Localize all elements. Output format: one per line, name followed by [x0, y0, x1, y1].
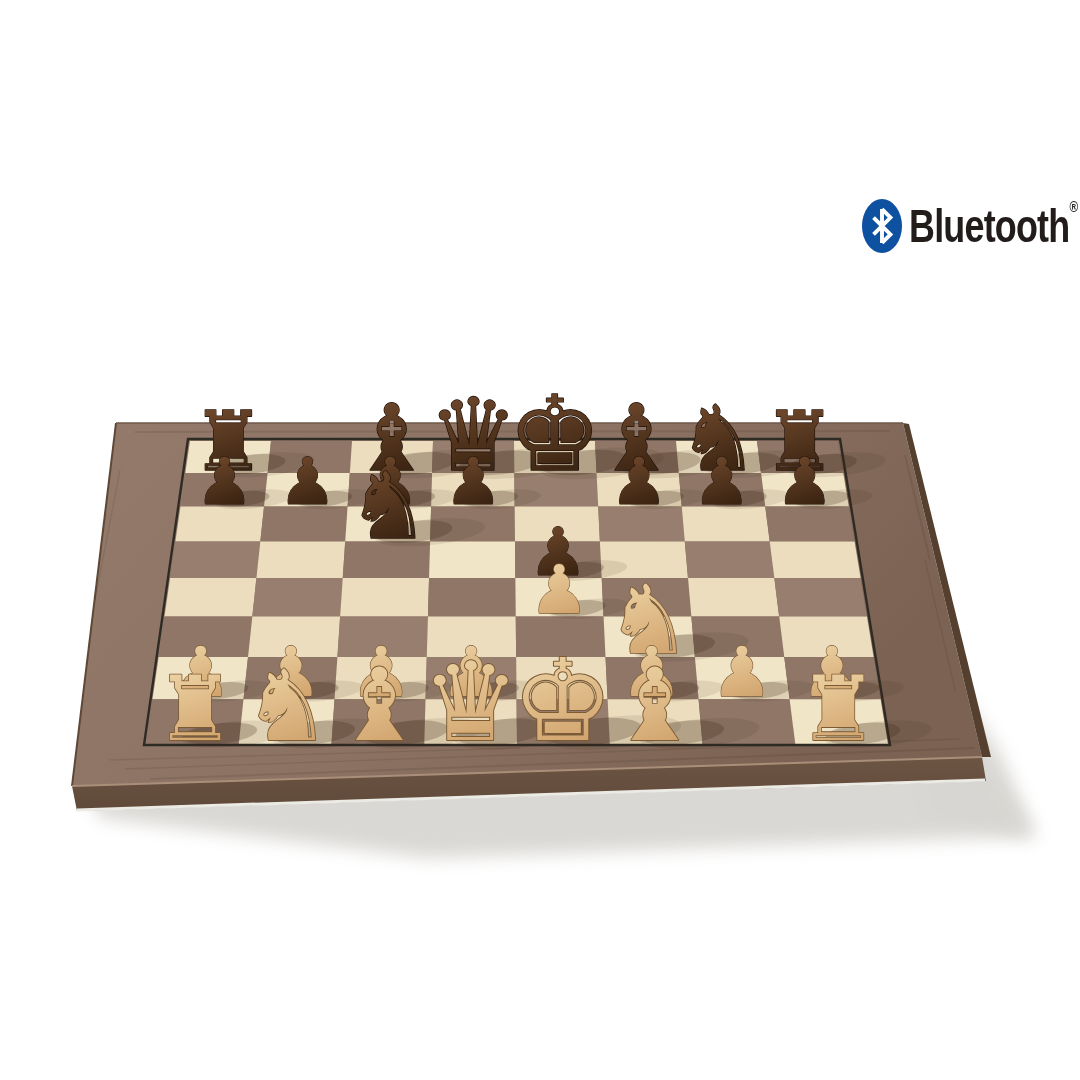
piece-black-pawn-a7: ♟ — [195, 444, 253, 519]
registered-mark: ® — [1069, 198, 1077, 215]
square-d4 — [428, 578, 516, 616]
chess-board: ♜♝♛♚♝♞♜♟♟♟♟♟♟♟♞♟♟♞♟♟♟♟♟♟♟♜♞♝♛♚♝♜ — [0, 0, 1080, 1080]
square-h4 — [774, 578, 867, 616]
square-b4 — [252, 578, 342, 616]
square-a4 — [165, 578, 257, 616]
piece-white-knight-b1: ♞ — [243, 649, 331, 763]
square-b5 — [256, 541, 345, 578]
piece-black-pawn-h7: ♟ — [775, 444, 833, 519]
bluetooth-label: Bluetooth® — [909, 199, 1077, 253]
square-c4 — [340, 578, 429, 616]
piece-black-pawn-b7: ♟ — [278, 444, 336, 519]
piece-black-pawn-f7: ♟ — [610, 444, 668, 519]
piece-white-bishop-f1: ♝ — [610, 647, 700, 764]
square-a5 — [170, 541, 260, 578]
bluetooth-mark — [862, 199, 902, 253]
piece-black-knight-c6: ♞ — [347, 452, 430, 560]
square-g5 — [685, 541, 775, 578]
piece-white-rook-h1: ♜ — [798, 657, 878, 761]
piece-black-pawn-d7: ♟ — [444, 444, 502, 519]
piece-white-pawn-g2: ♟ — [711, 632, 773, 712]
product-photo-stage: ♜♝♛♚♝♞♜♟♟♟♟♟♟♟♞♟♟♞♟♟♟♟♟♟♟♜♞♝♛♚♝♜ Bluetoo… — [0, 0, 1080, 1080]
bluetooth-badge: Bluetooth® — [862, 199, 1080, 253]
square-d5 — [429, 541, 515, 578]
square-h5 — [770, 541, 861, 578]
piece-white-queen-d1: ♛ — [422, 639, 520, 766]
piece-black-king-e8: ♚ — [508, 373, 602, 495]
piece-black-pawn-g7: ♟ — [693, 444, 751, 519]
square-g4 — [688, 578, 779, 616]
piece-white-rook-a1: ♜ — [155, 657, 235, 761]
piece-white-king-e1: ♚ — [512, 635, 614, 767]
piece-white-pawn-e4: ♟ — [529, 551, 589, 629]
piece-white-bishop-c1: ♝ — [334, 647, 424, 764]
bluetooth-rune-icon — [869, 206, 895, 246]
